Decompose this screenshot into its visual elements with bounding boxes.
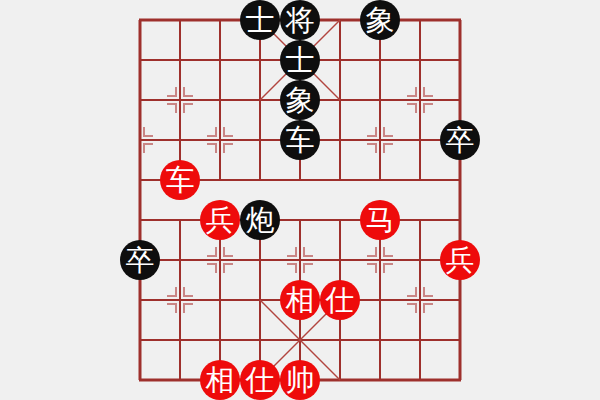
intersection-6-6[interactable] [360,240,400,280]
intersection-8-1[interactable] [440,40,480,80]
intersection-4-2[interactable]: 象 [280,80,320,120]
intersection-0-8[interactable] [120,320,160,360]
intersection-2-5[interactable]: 兵 [200,200,240,240]
black-elephant[interactable]: 象 [360,0,400,40]
intersection-4-0[interactable]: 将 [280,0,320,40]
intersection-1-9[interactable] [160,360,200,400]
intersection-6-4[interactable] [360,160,400,200]
intersection-6-2[interactable] [360,80,400,120]
intersection-0-2[interactable] [120,80,160,120]
intersection-2-8[interactable] [200,320,240,360]
intersection-7-4[interactable] [400,160,440,200]
intersection-4-7[interactable]: 相 [280,280,320,320]
intersection-4-8[interactable] [280,320,320,360]
intersection-5-7[interactable]: 仕 [320,280,360,320]
intersection-7-0[interactable] [400,0,440,40]
black-advisor[interactable]: 士 [280,40,320,80]
red-king[interactable]: 帅 [280,360,320,400]
intersection-1-0[interactable] [160,0,200,40]
red-soldier[interactable]: 兵 [200,200,240,240]
intersection-5-1[interactable] [320,40,360,80]
black-soldier[interactable]: 卒 [440,120,480,160]
intersection-1-7[interactable] [160,280,200,320]
intersection-6-8[interactable] [360,320,400,360]
intersection-3-4[interactable] [240,160,280,200]
intersection-7-3[interactable] [400,120,440,160]
intersection-6-7[interactable] [360,280,400,320]
piece-grid: 士将象士象车卒车兵炮马卒兵相仕相仕帅 [120,0,480,400]
intersection-1-1[interactable] [160,40,200,80]
red-advisor[interactable]: 仕 [240,360,280,400]
intersection-7-2[interactable] [400,80,440,120]
xiangqi-board: 士将象士象车卒车兵炮马卒兵相仕相仕帅 [0,0,600,400]
intersection-3-1[interactable] [240,40,280,80]
intersection-4-4[interactable] [280,160,320,200]
intersection-0-4[interactable] [120,160,160,200]
intersection-3-0[interactable]: 士 [240,0,280,40]
intersection-6-1[interactable] [360,40,400,80]
intersection-8-6[interactable]: 兵 [440,240,480,280]
intersection-5-9[interactable] [320,360,360,400]
red-soldier[interactable]: 兵 [440,240,480,280]
intersection-4-6[interactable] [280,240,320,280]
red-chariot[interactable]: 车 [160,160,200,200]
black-cannon[interactable]: 炮 [240,200,280,240]
intersection-0-1[interactable] [120,40,160,80]
intersection-5-4[interactable] [320,160,360,200]
intersection-7-7[interactable] [400,280,440,320]
intersection-6-5[interactable]: 马 [360,200,400,240]
intersection-1-4[interactable]: 车 [160,160,200,200]
intersection-1-5[interactable] [160,200,200,240]
intersection-8-0[interactable] [440,0,480,40]
black-elephant[interactable]: 象 [280,80,320,120]
black-chariot[interactable]: 车 [280,120,320,160]
intersection-3-6[interactable] [240,240,280,280]
intersection-6-9[interactable] [360,360,400,400]
intersection-7-5[interactable] [400,200,440,240]
intersection-3-2[interactable] [240,80,280,120]
intersection-5-2[interactable] [320,80,360,120]
red-elephant[interactable]: 相 [200,360,240,400]
intersection-0-3[interactable] [120,120,160,160]
intersection-5-0[interactable] [320,0,360,40]
intersection-2-2[interactable] [200,80,240,120]
intersection-7-1[interactable] [400,40,440,80]
black-soldier[interactable]: 卒 [120,240,160,280]
intersection-8-8[interactable] [440,320,480,360]
intersection-0-9[interactable] [120,360,160,400]
red-elephant[interactable]: 相 [280,280,320,320]
intersection-3-8[interactable] [240,320,280,360]
intersection-2-3[interactable] [200,120,240,160]
intersection-3-9[interactable]: 仕 [240,360,280,400]
intersection-5-3[interactable] [320,120,360,160]
intersection-2-9[interactable]: 相 [200,360,240,400]
intersection-6-3[interactable] [360,120,400,160]
intersection-5-6[interactable] [320,240,360,280]
red-advisor[interactable]: 仕 [320,280,360,320]
intersection-0-0[interactable] [120,0,160,40]
intersection-2-4[interactable] [200,160,240,200]
intersection-0-5[interactable] [120,200,160,240]
intersection-7-8[interactable] [400,320,440,360]
intersection-1-2[interactable] [160,80,200,120]
intersection-1-6[interactable] [160,240,200,280]
intersection-7-6[interactable] [400,240,440,280]
intersection-8-3[interactable]: 卒 [440,120,480,160]
intersection-5-5[interactable] [320,200,360,240]
black-general[interactable]: 将 [280,0,320,40]
intersection-4-9[interactable]: 帅 [280,360,320,400]
intersection-8-7[interactable] [440,280,480,320]
intersection-7-9[interactable] [400,360,440,400]
intersection-4-5[interactable] [280,200,320,240]
intersection-0-7[interactable] [120,280,160,320]
black-advisor[interactable]: 士 [240,0,280,40]
intersection-8-2[interactable] [440,80,480,120]
intersection-8-4[interactable] [440,160,480,200]
intersection-8-5[interactable] [440,200,480,240]
intersection-1-3[interactable] [160,120,200,160]
intersection-3-5[interactable]: 炮 [240,200,280,240]
intersection-4-3[interactable]: 车 [280,120,320,160]
intersection-2-1[interactable] [200,40,240,80]
intersection-8-9[interactable] [440,360,480,400]
intersection-1-8[interactable] [160,320,200,360]
intersection-2-7[interactable] [200,280,240,320]
intersection-6-0[interactable]: 象 [360,0,400,40]
intersection-4-1[interactable]: 士 [280,40,320,80]
intersection-2-6[interactable] [200,240,240,280]
intersection-3-3[interactable] [240,120,280,160]
intersection-0-6[interactable]: 卒 [120,240,160,280]
intersection-3-7[interactable] [240,280,280,320]
intersection-5-8[interactable] [320,320,360,360]
red-horse[interactable]: 马 [360,200,400,240]
intersection-2-0[interactable] [200,0,240,40]
